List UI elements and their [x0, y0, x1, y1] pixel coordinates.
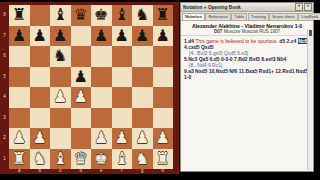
event-details: Moscow Moscow RUS 1907	[224, 29, 280, 34]
piece-black-pawn[interactable]: ♟	[112, 26, 133, 47]
square-b6[interactable]	[30, 46, 51, 67]
piece-white-pawn[interactable]: ♟	[112, 128, 133, 149]
square-a8[interactable]: ♜	[9, 5, 30, 26]
square-c6[interactable]: ♞	[50, 46, 71, 67]
square-g7[interactable]: ♟	[132, 26, 153, 47]
piece-black-king[interactable]: ♚	[91, 5, 112, 26]
piece-black-pawn[interactable]: ♟	[71, 67, 92, 88]
square-b3[interactable]	[30, 108, 51, 129]
file-label-h: h	[153, 168, 174, 174]
file-label-e: e	[91, 168, 112, 174]
piece-black-knight[interactable]: ♞	[50, 46, 71, 67]
move-text[interactable]: d5 2.c4	[278, 38, 298, 44]
scrollbar-thumb[interactable]	[309, 30, 312, 36]
file-label-g: g	[132, 168, 153, 174]
piece-white-pawn[interactable]: ♟	[132, 128, 153, 149]
square-d5[interactable]: ♟	[71, 67, 92, 88]
current-move-highlight[interactable]: Nc6	[298, 38, 307, 44]
square-g1[interactable]: ♞	[132, 149, 153, 170]
rank-label-5: 5	[0, 67, 9, 88]
square-e4[interactable]	[91, 87, 112, 108]
square-h3[interactable]	[153, 108, 174, 129]
notation-body[interactable]: 1.d4 This game is believed to be spuriou…	[181, 36, 313, 80]
piece-black-pawn[interactable]: ♟	[50, 26, 71, 47]
square-e7[interactable]: ♟	[91, 26, 112, 47]
file-label-b: b	[30, 168, 51, 174]
square-b8[interactable]	[30, 5, 51, 26]
square-h4[interactable]	[153, 87, 174, 108]
piece-black-queen[interactable]: ♛	[71, 5, 92, 26]
event-line: D07 Moscow Moscow RUS 1907	[183, 29, 311, 35]
rank-label-7: 7	[0, 26, 9, 47]
square-a7[interactable]: ♟	[9, 26, 30, 47]
square-c5[interactable]	[50, 67, 71, 88]
square-f8[interactable]: ♝	[112, 5, 133, 26]
window-close-button[interactable]: ✕	[304, 3, 312, 11]
piece-black-bishop[interactable]: ♝	[50, 5, 71, 26]
tab-training[interactable]: Training	[248, 13, 269, 21]
notation-line: 9.a3 Nxd5 10.Nxd5 Nf6 11.Bxa5 Rxd1+ 12.R…	[184, 68, 307, 74]
square-b5[interactable]	[30, 67, 51, 88]
piece-black-pawn[interactable]: ♟	[132, 26, 153, 47]
move-text[interactable]: 9.a3 Nxd5 10.Nxd5 Nf6 11.Bxa5 Rxd1+ 12.R…	[184, 68, 307, 74]
square-c4[interactable]: ♟	[50, 87, 71, 108]
square-a1[interactable]: ♜	[9, 149, 30, 170]
notation-line: 1-0	[184, 74, 307, 80]
square-a4[interactable]	[9, 87, 30, 108]
piece-white-pawn[interactable]: ♟	[30, 128, 51, 149]
square-f5[interactable]	[112, 67, 133, 88]
rank-label-1: 1	[0, 149, 9, 170]
rank-label-6: 6	[0, 46, 9, 67]
square-h7[interactable]: ♟	[153, 26, 174, 47]
square-h1[interactable]: ♜	[153, 149, 174, 170]
square-f6[interactable]	[112, 46, 133, 67]
game-header: Alexander Alekhine - Vladimir Nenarokov …	[181, 21, 313, 36]
square-d6[interactable]	[71, 46, 92, 67]
square-b1[interactable]: ♞	[30, 149, 51, 170]
square-b2[interactable]: ♟	[30, 128, 51, 149]
tab-livebook[interactable]: LiveBook	[298, 13, 320, 21]
square-c3[interactable]	[50, 108, 71, 129]
rank-label-2: 2	[0, 128, 9, 149]
piece-white-pawn[interactable]: ♟	[9, 128, 30, 149]
square-e8[interactable]: ♚	[91, 5, 112, 26]
square-f4[interactable]	[112, 87, 133, 108]
square-d7[interactable]	[71, 26, 92, 47]
file-labels: abcdefgh	[9, 168, 173, 174]
notation-window: Notation + Opening Book ▾ ✕ NotationRefe…	[180, 2, 314, 172]
square-d1[interactable]: ♛	[71, 149, 92, 170]
piece-white-knight[interactable]: ♞	[132, 149, 153, 170]
window-menu-button[interactable]: ▾	[295, 3, 303, 11]
square-f7[interactable]: ♟	[112, 26, 133, 47]
square-g3[interactable]	[132, 108, 153, 129]
app-screen: 87654321 ♜♝♛♚♝♞♜♟♟♟♟♟♟♟♞♟♟♟♟♟♟♟♟♟♜♞♝♛♚♝♞…	[0, 0, 320, 180]
piece-black-rook[interactable]: ♜	[153, 5, 174, 26]
square-c1[interactable]: ♝	[50, 149, 71, 170]
rank-label-3: 3	[0, 108, 9, 129]
piece-white-bishop[interactable]: ♝	[112, 149, 133, 170]
window-title: Notation + Opening Book	[183, 5, 294, 10]
square-e3[interactable]	[91, 108, 112, 129]
game-result[interactable]: 1-0	[184, 74, 191, 80]
window-titlebar[interactable]: Notation + Opening Book ▾ ✕	[181, 3, 313, 12]
piece-white-pawn[interactable]: ♟	[91, 128, 112, 149]
piece-black-bishop[interactable]: ♝	[112, 5, 133, 26]
rank-label-4: 4	[0, 87, 9, 108]
square-g2[interactable]: ♟	[132, 128, 153, 149]
square-e6[interactable]	[91, 46, 112, 67]
square-c8[interactable]: ♝	[50, 5, 71, 26]
square-d8[interactable]: ♛	[71, 5, 92, 26]
header-result: 1-0	[295, 23, 303, 29]
square-a3[interactable]	[9, 108, 30, 129]
square-e5[interactable]	[91, 67, 112, 88]
piece-black-pawn[interactable]: ♟	[91, 26, 112, 47]
square-f2[interactable]: ♟	[112, 128, 133, 149]
piece-white-pawn[interactable]: ♟	[71, 87, 92, 108]
piece-white-pawn[interactable]: ♟	[50, 87, 71, 108]
tab-reference[interactable]: Reference	[205, 13, 230, 21]
tab-table[interactable]: Table	[231, 13, 247, 21]
eco-code: D07	[214, 29, 222, 34]
square-g8[interactable]: ♞	[132, 5, 153, 26]
square-h8[interactable]: ♜	[153, 5, 174, 26]
piece-black-pawn[interactable]: ♟	[153, 26, 174, 47]
square-h5[interactable]	[153, 67, 174, 88]
square-a6[interactable]	[9, 46, 30, 67]
square-d4[interactable]: ♟	[71, 87, 92, 108]
square-g5[interactable]	[132, 67, 153, 88]
rank-label-8: 8	[0, 5, 9, 26]
square-e1[interactable]: ♚	[91, 149, 112, 170]
square-d3[interactable]	[71, 108, 92, 129]
piece-black-knight[interactable]: ♞	[132, 5, 153, 26]
tab-bar: NotationReferenceTableTrainingScore shee…	[181, 12, 313, 21]
square-b7[interactable]: ♟	[30, 26, 51, 47]
file-label-a: a	[9, 168, 30, 174]
piece-white-king[interactable]: ♚	[91, 149, 112, 170]
square-f1[interactable]: ♝	[112, 149, 133, 170]
square-e2[interactable]: ♟	[91, 128, 112, 149]
file-label-c: c	[50, 168, 71, 174]
piece-white-rook[interactable]: ♜	[9, 149, 30, 170]
scrollbar[interactable]	[307, 29, 312, 170]
chess-board[interactable]: ♜♝♛♚♝♞♜♟♟♟♟♟♟♟♞♟♟♟♟♟♟♟♟♟♜♞♝♛♚♝♞♜	[9, 5, 173, 169]
file-label-d: d	[71, 168, 92, 174]
square-h2[interactable]: ♟	[153, 128, 174, 149]
file-label-f: f	[112, 168, 133, 174]
square-c7[interactable]: ♟	[50, 26, 71, 47]
piece-black-pawn[interactable]: ♟	[9, 26, 30, 47]
square-a2[interactable]: ♟	[9, 128, 30, 149]
tab-score-sheet[interactable]: Score sheet	[269, 13, 297, 21]
piece-black-rook[interactable]: ♜	[9, 5, 30, 26]
square-d2[interactable]	[71, 128, 92, 149]
square-c2[interactable]	[50, 128, 71, 149]
square-g4[interactable]	[132, 87, 153, 108]
piece-white-queen[interactable]: ♛	[71, 149, 92, 170]
piece-white-rook[interactable]: ♜	[153, 149, 174, 170]
board-window: 87654321 ♜♝♛♚♝♞♜♟♟♟♟♟♟♟♞♟♟♟♟♟♟♟♟♟♜♞♝♛♚♝♞…	[0, 2, 179, 174]
piece-white-knight[interactable]: ♞	[30, 149, 51, 170]
square-f3[interactable]	[112, 108, 133, 129]
tab-notation[interactable]: Notation	[182, 13, 205, 21]
piece-white-pawn[interactable]: ♟	[153, 128, 174, 149]
square-a5[interactable]	[9, 67, 30, 88]
square-g6[interactable]	[132, 46, 153, 67]
piece-white-bishop[interactable]: ♝	[50, 149, 71, 170]
square-h6[interactable]	[153, 46, 174, 67]
rank-labels: 87654321	[0, 5, 9, 169]
piece-black-pawn[interactable]: ♟	[30, 26, 51, 47]
square-b4[interactable]	[30, 87, 51, 108]
